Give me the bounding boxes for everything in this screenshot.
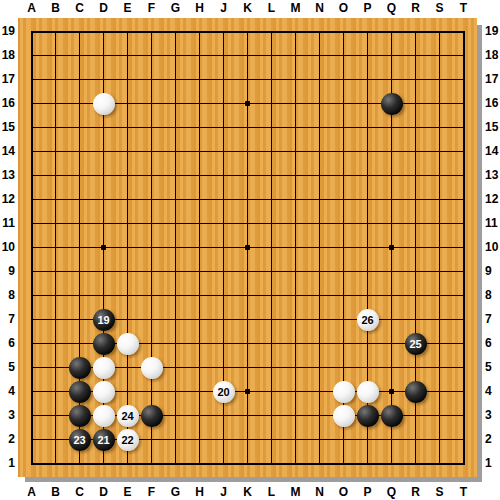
- coordinate-label-top: B: [51, 1, 60, 15]
- coordinate-label-left: 7: [0, 312, 15, 326]
- coordinate-label-top: L: [268, 1, 275, 15]
- coordinate-label-top: R: [411, 1, 420, 15]
- coordinate-label-right: 12: [485, 192, 499, 206]
- coordinate-label-bottom: F: [148, 485, 155, 499]
- coordinate-label-top: D: [99, 1, 108, 15]
- coordinate-label-right: 5: [485, 360, 499, 374]
- coordinate-label-bottom: M: [291, 485, 301, 499]
- coordinate-label-right: 17: [485, 72, 499, 86]
- coordinate-label-left: 2: [0, 432, 15, 446]
- move-number-label: 24: [121, 410, 133, 422]
- coordinate-label-top: J: [220, 1, 227, 15]
- star-point: [245, 389, 250, 394]
- stone-white[interactable]: [93, 381, 115, 403]
- coordinate-label-top: T: [460, 1, 467, 15]
- coordinate-label-top: M: [291, 1, 301, 15]
- move-number-label: 20: [217, 386, 229, 398]
- coordinate-label-right: 9: [485, 264, 499, 278]
- coordinate-label-left: 14: [0, 144, 15, 158]
- stone-white[interactable]: [93, 357, 115, 379]
- coordinate-label-right: 16: [485, 96, 499, 110]
- coordinate-label-left: 11: [0, 216, 15, 230]
- grid-line: [439, 31, 440, 465]
- coordinate-label-right: 13: [485, 168, 499, 182]
- coordinate-label-top: G: [171, 1, 180, 15]
- stone-black[interactable]: 21: [93, 429, 115, 451]
- coordinate-label-bottom: A: [27, 485, 36, 499]
- coordinate-label-right: 2: [485, 432, 499, 446]
- coordinate-label-left: 13: [0, 168, 15, 182]
- coordinate-label-left: 15: [0, 120, 15, 134]
- coordinate-label-right: 18: [485, 48, 499, 62]
- coordinate-label-top: S: [435, 1, 443, 15]
- coordinate-label-bottom: J: [220, 485, 227, 499]
- move-number-label: 23: [73, 434, 85, 446]
- move-number-label: 19: [97, 314, 109, 326]
- coordinate-label-top: F: [148, 1, 155, 15]
- coordinate-label-right: 8: [485, 288, 499, 302]
- coordinate-label-top: H: [195, 1, 204, 15]
- coordinate-label-left: 12: [0, 192, 15, 206]
- coordinate-label-bottom: Q: [387, 485, 396, 499]
- coordinate-label-bottom: K: [243, 485, 252, 499]
- coordinate-label-top: A: [27, 1, 36, 15]
- stone-white[interactable]: [141, 357, 163, 379]
- grid-line: [463, 31, 465, 465]
- star-point: [389, 389, 394, 394]
- coordinate-label-top: N: [315, 1, 324, 15]
- coordinate-label-right: 10: [485, 240, 499, 254]
- grid-line: [295, 31, 296, 465]
- move-number-label: 25: [409, 338, 421, 350]
- coordinate-label-left: 4: [0, 384, 15, 398]
- stone-black[interactable]: [69, 381, 91, 403]
- grid-line: [31, 271, 465, 272]
- coordinate-label-left: 6: [0, 336, 15, 350]
- coordinate-label-left: 5: [0, 360, 15, 374]
- star-point: [389, 245, 394, 250]
- coordinate-label-top: P: [363, 1, 371, 15]
- coordinate-label-right: 4: [485, 384, 499, 398]
- coordinate-label-top: O: [339, 1, 348, 15]
- stone-white[interactable]: [333, 381, 355, 403]
- coordinate-label-top: K: [243, 1, 252, 15]
- coordinate-label-left: 18: [0, 48, 15, 62]
- coordinate-label-left: 9: [0, 264, 15, 278]
- coordinate-label-left: 3: [0, 408, 15, 422]
- coordinate-label-top: C: [75, 1, 84, 15]
- go-app: 1923212526242022 AABBCCDDEEFFGGHHJJKKLLM…: [0, 0, 500, 500]
- coordinate-label-top: Q: [387, 1, 396, 15]
- coordinate-label-left: 8: [0, 288, 15, 302]
- stone-white[interactable]: [117, 333, 139, 355]
- coordinate-label-right: 7: [485, 312, 499, 326]
- coordinate-label-right: 19: [485, 24, 499, 38]
- coordinate-label-bottom: H: [195, 485, 204, 499]
- stone-black[interactable]: [93, 333, 115, 355]
- coordinate-label-bottom: S: [435, 485, 443, 499]
- coordinate-label-bottom: O: [339, 485, 348, 499]
- coordinate-label-left: 17: [0, 72, 15, 86]
- coordinate-label-right: 14: [485, 144, 499, 158]
- coordinate-label-left: 19: [0, 24, 15, 38]
- stone-white[interactable]: [357, 381, 379, 403]
- coordinate-label-left: 10: [0, 240, 15, 254]
- stone-white[interactable]: [333, 405, 355, 427]
- coordinate-label-left: 1: [0, 456, 15, 470]
- go-board[interactable]: 1923212526242022: [18, 18, 477, 477]
- coordinate-label-top: E: [123, 1, 131, 15]
- stone-white[interactable]: [93, 93, 115, 115]
- stone-black[interactable]: [381, 93, 403, 115]
- grid-line: [271, 31, 272, 465]
- coordinate-label-bottom: C: [75, 485, 84, 499]
- coordinate-label-bottom: R: [411, 485, 420, 499]
- coordinate-label-bottom: L: [268, 485, 275, 499]
- coordinate-label-bottom: T: [460, 485, 467, 499]
- coordinate-label-right: 15: [485, 120, 499, 134]
- coordinate-label-right: 11: [485, 216, 499, 230]
- stone-white[interactable]: [93, 405, 115, 427]
- star-point: [245, 245, 250, 250]
- coordinate-label-bottom: E: [123, 485, 131, 499]
- coordinate-label-bottom: N: [315, 485, 324, 499]
- coordinate-label-bottom: G: [171, 485, 180, 499]
- stone-white[interactable]: 20: [213, 381, 235, 403]
- stone-black[interactable]: 25: [405, 333, 427, 355]
- move-number-label: 21: [97, 434, 109, 446]
- coordinate-label-left: 16: [0, 96, 15, 110]
- stone-white[interactable]: 26: [357, 309, 379, 331]
- coordinate-label-bottom: B: [51, 485, 60, 499]
- star-point: [245, 101, 250, 106]
- stone-white[interactable]: 22: [117, 429, 139, 451]
- coordinate-label-bottom: D: [99, 485, 108, 499]
- coordinate-label-right: 3: [485, 408, 499, 422]
- stone-black[interactable]: [381, 405, 403, 427]
- stone-black[interactable]: [141, 405, 163, 427]
- stone-white[interactable]: 24: [117, 405, 139, 427]
- stone-black[interactable]: [405, 381, 427, 403]
- move-number-label: 22: [121, 434, 133, 446]
- star-point: [101, 245, 106, 250]
- grid-line: [319, 31, 320, 465]
- grid-line: [31, 463, 465, 465]
- move-number-label: 26: [361, 314, 373, 326]
- grid-line: [31, 295, 465, 296]
- coordinate-label-right: 6: [485, 336, 499, 350]
- coordinate-label-bottom: P: [363, 485, 371, 499]
- stone-black[interactable]: [69, 357, 91, 379]
- coordinate-label-right: 1: [485, 456, 499, 470]
- stone-black[interactable]: [69, 405, 91, 427]
- stone-black[interactable]: [357, 405, 379, 427]
- stone-black[interactable]: 23: [69, 429, 91, 451]
- stone-black[interactable]: 19: [93, 309, 115, 331]
